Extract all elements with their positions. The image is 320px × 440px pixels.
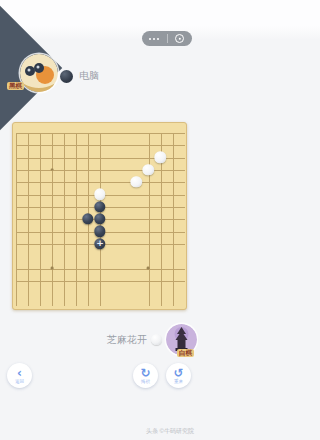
black-stone-icon — [60, 70, 73, 83]
human-name-label: 芝麻花开 — [107, 333, 147, 347]
stone-black — [94, 213, 105, 224]
star-point — [147, 267, 150, 270]
back-button-label: 返回 — [15, 379, 24, 384]
more-dots-icon — [149, 38, 159, 40]
back-button[interactable]: ‹ 返回 — [7, 363, 32, 388]
computer-name-label: 电脑 — [79, 69, 99, 83]
last-move-marker: + — [96, 239, 104, 248]
capsule-exit-button[interactable] — [168, 31, 193, 46]
stone-black: + — [94, 238, 105, 249]
watermark-text: 头条 ©牛码研究院 — [146, 427, 194, 436]
stone-white — [155, 152, 166, 163]
wechat-capsule — [142, 31, 192, 46]
capsule-more-button[interactable] — [142, 31, 167, 46]
side-badge-black: 黑棋 — [7, 82, 24, 90]
restart-button[interactable]: ↺ 重来 — [166, 363, 191, 388]
avatar-computer — [20, 54, 58, 92]
gomoku-board[interactable]: + — [12, 122, 187, 310]
star-point — [50, 168, 53, 171]
stone-black — [82, 213, 93, 224]
restart-arrow-icon: ↺ — [173, 368, 183, 379]
stone-black — [94, 226, 105, 237]
stone-white — [143, 164, 154, 175]
app-screen: 黑棋 电脑 + 芝麻花开 白棋 ‹ 返回 ↻ 悔棋 ↺ 重来 — [0, 0, 198, 440]
stone-white — [130, 176, 141, 187]
star-point — [50, 267, 53, 270]
side-badge-white: 白棋 — [177, 349, 194, 357]
player-row-computer: 电脑 — [60, 66, 99, 86]
stone-black — [94, 201, 105, 212]
undo-button-label: 悔棋 — [141, 379, 150, 384]
stone-white — [94, 189, 105, 200]
undo-arrow-icon: ↻ — [140, 368, 150, 379]
exit-target-icon — [175, 34, 184, 43]
undo-move-button[interactable]: ↻ 悔棋 — [133, 363, 158, 388]
back-chevron-icon: ‹ — [17, 368, 22, 379]
board-grid: + — [16, 133, 186, 307]
restart-button-label: 重来 — [174, 379, 183, 384]
white-stone-icon — [151, 334, 162, 345]
